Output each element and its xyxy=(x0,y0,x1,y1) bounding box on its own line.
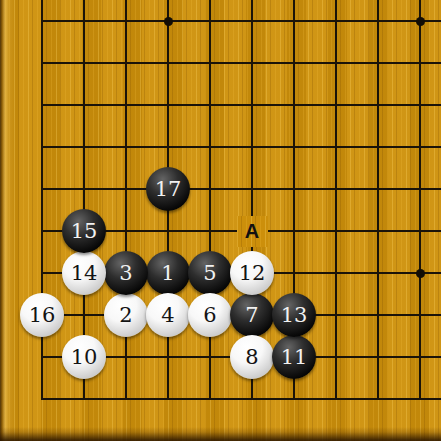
stone-move-number: 16 xyxy=(29,305,56,326)
stone-move-number: 13 xyxy=(281,305,308,326)
marked-point-A[interactable]: A xyxy=(237,216,268,247)
stone-black-3[interactable]: 3 xyxy=(104,251,148,295)
stone-move-number: 11 xyxy=(281,347,308,368)
stone-move-number: 7 xyxy=(245,305,258,326)
stone-move-number: 3 xyxy=(119,263,132,284)
stone-move-number: 8 xyxy=(245,347,258,368)
stone-move-number: 14 xyxy=(71,263,98,284)
stone-white-12[interactable]: 12 xyxy=(230,251,274,295)
stone-black-15[interactable]: 15 xyxy=(62,209,106,253)
stone-move-number: 1 xyxy=(161,263,174,284)
stone-move-number: 12 xyxy=(239,263,266,284)
stone-black-13[interactable]: 13 xyxy=(272,293,316,337)
stone-white-8[interactable]: 8 xyxy=(230,335,274,379)
stone-move-number: 2 xyxy=(119,305,132,326)
stone-move-number: 5 xyxy=(203,263,216,284)
stone-black-17[interactable]: 17 xyxy=(146,167,190,211)
go-board-diagram: 123456781011121314151617A xyxy=(0,0,441,441)
stone-white-6[interactable]: 6 xyxy=(188,293,232,337)
stone-white-14[interactable]: 14 xyxy=(62,251,106,295)
stone-white-4[interactable]: 4 xyxy=(146,293,190,337)
stone-move-number: 6 xyxy=(203,305,216,326)
stone-move-number: 10 xyxy=(71,347,98,368)
stone-black-1[interactable]: 1 xyxy=(146,251,190,295)
stone-white-2[interactable]: 2 xyxy=(104,293,148,337)
stone-black-11[interactable]: 11 xyxy=(272,335,316,379)
stone-white-10[interactable]: 10 xyxy=(62,335,106,379)
stone-white-16[interactable]: 16 xyxy=(20,293,64,337)
stone-move-number: 4 xyxy=(161,305,174,326)
marker-label: A xyxy=(245,221,259,241)
stone-move-number: 17 xyxy=(155,179,182,200)
stone-move-number: 15 xyxy=(71,221,98,242)
stone-black-5[interactable]: 5 xyxy=(188,251,232,295)
stone-black-7[interactable]: 7 xyxy=(230,293,274,337)
stones-layer: 123456781011121314151617A xyxy=(21,0,441,420)
